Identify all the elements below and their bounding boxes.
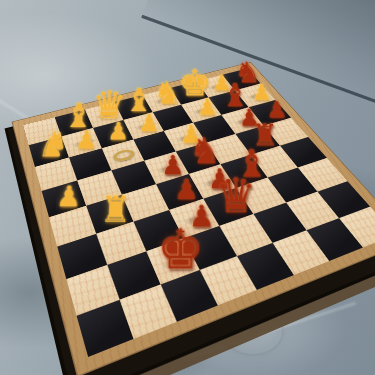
piece-shadow	[52, 191, 82, 207]
piece-shadow	[175, 131, 201, 144]
piece-red-pawn-h3: ♟	[266, 99, 288, 121]
piece-shadow	[248, 134, 274, 147]
piece-shadow	[153, 95, 177, 106]
piece-shadow	[71, 137, 97, 150]
piece-shadow	[156, 161, 184, 175]
piece-shadow	[124, 102, 148, 113]
piece-shadow	[103, 128, 129, 141]
piece-shadow	[180, 88, 204, 98]
piece-shadow	[134, 120, 160, 132]
piece-shadow	[169, 185, 198, 201]
square-g7	[286, 192, 339, 231]
piece-shadow	[261, 108, 286, 119]
piece-shadow	[233, 115, 258, 127]
piece-shadow	[234, 165, 262, 180]
piece-shadow	[95, 110, 120, 122]
photo-scene: ♝♛♝♞♚♟♞♞♟♟♟♟♝♟♟♟♟♟♟♞♜♜♟♟♝♟♛♚	[0, 0, 375, 375]
gold-ring	[111, 148, 136, 163]
board-frame: ♝♛♝♞♚♟♞♞♟♟♟♟♝♟♟♟♟♟♟♞♜♜♟♟♝♟♛♚	[12, 62, 375, 375]
chess-board: ♝♛♝♞♚♟♞♞♟♟♟♟♝♟♟♟♟♟♟♞♜♜♟♟♝♟♛♚	[23, 68, 375, 357]
piece-shadow	[217, 199, 247, 216]
piece-shadow	[160, 252, 193, 272]
piece-shadow	[64, 118, 89, 130]
piece-shadow	[233, 75, 256, 85]
piece-shadow	[188, 152, 215, 166]
piece-shadow	[246, 91, 270, 102]
piece-shadow	[183, 210, 214, 228]
piece-shadow	[202, 174, 231, 189]
piece-shadow	[38, 146, 65, 160]
piece-shadow	[220, 98, 244, 109]
piece-shadow	[207, 82, 230, 92]
piece-red-knight-h1: ♞	[234, 59, 261, 86]
piece-shadow	[192, 105, 217, 116]
piece-shadow	[98, 206, 129, 223]
